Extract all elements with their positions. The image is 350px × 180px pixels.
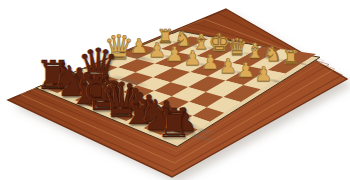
chess-board	[0, 0, 350, 180]
chess-set-photo: ♜♞♝♛♚♝♞♜♟♟♟♟♟♟♟♟♟♟♟♟♟♟♟♟♜♞♝♛♚♝♞♜♛♛	[0, 0, 350, 180]
